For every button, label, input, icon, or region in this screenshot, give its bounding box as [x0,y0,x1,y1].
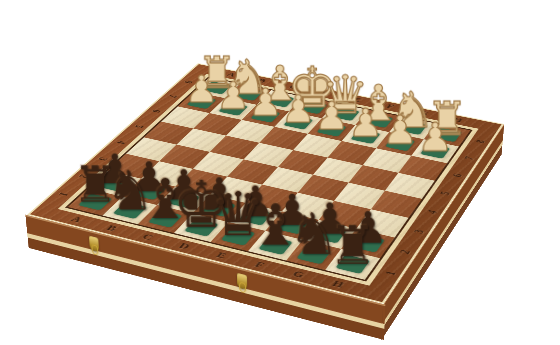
coordinate-label: 7 [448,150,490,166]
product-photo-scene: ABCDEFGH ABCDEFGH 87654321 87654321 ♜♞♝♚… [0,0,560,345]
brass-latch-right [237,272,247,289]
coordinate-label: 8 [169,75,207,88]
brass-latch-left [89,235,99,252]
rook-glyph: ♜ [329,218,377,271]
coordinate-label: 7 [153,89,192,103]
coordinate-label: 6 [136,103,176,117]
coordinate-label: 5 [118,119,159,134]
coordinate-label: 8 [459,133,500,148]
chess-board: ABCDEFGH ABCDEFGH 87654321 87654321 ♜♞♝♚… [27,63,504,304]
